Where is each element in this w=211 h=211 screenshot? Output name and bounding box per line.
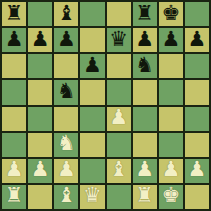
black-rook[interactable]: ♜ xyxy=(135,3,154,24)
square-d7[interactable] xyxy=(80,28,104,52)
square-f6[interactable]: ♞ xyxy=(133,54,157,78)
square-c6[interactable] xyxy=(54,54,78,78)
square-h7[interactable]: ♟ xyxy=(185,28,209,52)
square-a3[interactable] xyxy=(2,133,26,157)
white-king[interactable]: ♚ xyxy=(161,185,180,206)
white-pawn[interactable]: ♟ xyxy=(188,159,207,180)
black-pawn[interactable]: ♟ xyxy=(83,55,102,76)
white-knight[interactable]: ♞ xyxy=(57,133,76,154)
black-pawn[interactable]: ♟ xyxy=(135,29,154,50)
square-a4[interactable] xyxy=(2,107,26,131)
square-c4[interactable] xyxy=(54,107,78,131)
white-pawn[interactable]: ♟ xyxy=(57,159,76,180)
black-bishop[interactable]: ♝ xyxy=(57,3,76,24)
square-h5[interactable] xyxy=(185,80,209,104)
square-h1[interactable] xyxy=(185,185,209,209)
square-g7[interactable]: ♟ xyxy=(159,28,183,52)
square-c1[interactable]: ♝ xyxy=(54,185,78,209)
square-g2[interactable]: ♟ xyxy=(159,159,183,183)
square-h4[interactable] xyxy=(185,107,209,131)
square-g5[interactable] xyxy=(159,80,183,104)
square-f4[interactable] xyxy=(133,107,157,131)
square-f2[interactable]: ♟ xyxy=(133,159,157,183)
square-c7[interactable]: ♟ xyxy=(54,28,78,52)
square-a8[interactable]: ♜ xyxy=(2,2,26,26)
white-rook[interactable]: ♜ xyxy=(135,185,154,206)
square-f3[interactable] xyxy=(133,133,157,157)
black-knight[interactable]: ♞ xyxy=(57,81,76,102)
square-h8[interactable] xyxy=(185,2,209,26)
white-pawn[interactable]: ♟ xyxy=(109,107,128,128)
white-pawn[interactable]: ♟ xyxy=(161,159,180,180)
square-a2[interactable]: ♟ xyxy=(2,159,26,183)
square-c3[interactable]: ♞ xyxy=(54,133,78,157)
black-pawn[interactable]: ♟ xyxy=(31,29,50,50)
square-b4[interactable] xyxy=(28,107,52,131)
square-a6[interactable] xyxy=(2,54,26,78)
square-d1[interactable]: ♛ xyxy=(80,185,104,209)
black-queen[interactable]: ♛ xyxy=(109,29,128,50)
chess-board: ♜♝♜♚♟♟♟♛♟♟♟♟♞♞♟♞♟♟♟♝♟♟♟♜♝♛♜♚ xyxy=(0,0,211,211)
square-g1[interactable]: ♚ xyxy=(159,185,183,209)
square-e2[interactable]: ♝ xyxy=(107,159,131,183)
square-h3[interactable] xyxy=(185,133,209,157)
square-d6[interactable]: ♟ xyxy=(80,54,104,78)
black-pawn[interactable]: ♟ xyxy=(161,29,180,50)
square-f7[interactable]: ♟ xyxy=(133,28,157,52)
square-g8[interactable]: ♚ xyxy=(159,2,183,26)
square-b8[interactable] xyxy=(28,2,52,26)
square-b7[interactable]: ♟ xyxy=(28,28,52,52)
black-king[interactable]: ♚ xyxy=(161,3,180,24)
square-d3[interactable] xyxy=(80,133,104,157)
square-b6[interactable] xyxy=(28,54,52,78)
square-b2[interactable]: ♟ xyxy=(28,159,52,183)
black-pawn[interactable]: ♟ xyxy=(5,29,24,50)
square-e3[interactable] xyxy=(107,133,131,157)
square-e7[interactable]: ♛ xyxy=(107,28,131,52)
black-knight[interactable]: ♞ xyxy=(135,55,154,76)
black-rook[interactable]: ♜ xyxy=(5,3,24,24)
square-f1[interactable]: ♜ xyxy=(133,185,157,209)
white-pawn[interactable]: ♟ xyxy=(5,159,24,180)
square-d8[interactable] xyxy=(80,2,104,26)
black-pawn[interactable]: ♟ xyxy=(188,29,207,50)
square-h6[interactable] xyxy=(185,54,209,78)
white-rook[interactable]: ♜ xyxy=(5,185,24,206)
square-a5[interactable] xyxy=(2,80,26,104)
square-d5[interactable] xyxy=(80,80,104,104)
square-d4[interactable] xyxy=(80,107,104,131)
white-bishop[interactable]: ♝ xyxy=(109,159,128,180)
square-d2[interactable] xyxy=(80,159,104,183)
square-e5[interactable] xyxy=(107,80,131,104)
square-a1[interactable]: ♜ xyxy=(2,185,26,209)
square-f8[interactable]: ♜ xyxy=(133,2,157,26)
square-g6[interactable] xyxy=(159,54,183,78)
white-queen[interactable]: ♛ xyxy=(83,185,102,206)
square-h2[interactable]: ♟ xyxy=(185,159,209,183)
square-e4[interactable]: ♟ xyxy=(107,107,131,131)
black-pawn[interactable]: ♟ xyxy=(57,29,76,50)
square-g4[interactable] xyxy=(159,107,183,131)
square-f5[interactable] xyxy=(133,80,157,104)
square-e1[interactable] xyxy=(107,185,131,209)
square-a7[interactable]: ♟ xyxy=(2,28,26,52)
white-pawn[interactable]: ♟ xyxy=(135,159,154,180)
square-g3[interactable] xyxy=(159,133,183,157)
square-c8[interactable]: ♝ xyxy=(54,2,78,26)
square-e6[interactable] xyxy=(107,54,131,78)
white-pawn[interactable]: ♟ xyxy=(31,159,50,180)
square-c5[interactable]: ♞ xyxy=(54,80,78,104)
square-c2[interactable]: ♟ xyxy=(54,159,78,183)
white-bishop[interactable]: ♝ xyxy=(57,185,76,206)
square-b3[interactable] xyxy=(28,133,52,157)
square-b5[interactable] xyxy=(28,80,52,104)
square-b1[interactable] xyxy=(28,185,52,209)
square-e8[interactable] xyxy=(107,2,131,26)
